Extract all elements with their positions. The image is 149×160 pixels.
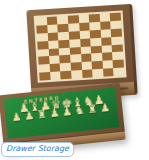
caption-label: Drawer Storage	[1, 142, 74, 157]
chess-piece: ♟	[100, 102, 111, 115]
board-square	[103, 68, 114, 77]
chess-piece: ♜	[36, 109, 47, 122]
drawer-green-felt: ENTERRO ♟♝♟♛♚♝♞♟ ♟♟♜♟♟♞♜♟	[4, 87, 120, 138]
chess-piece: ♟	[24, 110, 35, 123]
board-square	[71, 70, 82, 79]
chess-piece: ♟	[62, 106, 73, 119]
board-square	[60, 71, 71, 80]
board-square	[113, 68, 124, 77]
board-square	[39, 72, 50, 81]
board-walnut-frame	[26, 4, 137, 88]
board-square	[82, 70, 93, 79]
board-square	[92, 69, 103, 78]
board-square	[50, 71, 61, 80]
chess-board	[34, 10, 127, 82]
chess-piece: ♞	[74, 105, 85, 118]
product-photo-chess-drawer-set: ENTERRO ♟♝♟♛♚♝♞♟ ♟♟♜♟♟♞♜♟ Drawer Storage	[0, 0, 149, 160]
chess-piece: ♟	[49, 107, 60, 120]
chess-piece: ♟	[11, 111, 22, 124]
chess-piece: ♜	[87, 103, 98, 116]
